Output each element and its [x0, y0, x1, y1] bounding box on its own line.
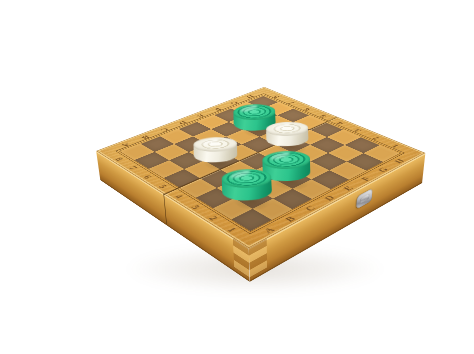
metal-clasp-latch-icon [356, 188, 373, 210]
photo-stage: 1122334455667788AABBCCDDEEFFGGHH [0, 0, 474, 354]
scene-3d: 1122334455667788AABBCCDDEEFFGGHH [0, 0, 474, 354]
checker-white-c5[interactable] [193, 137, 238, 164]
box-side-fold-seam [163, 194, 167, 225]
board-surface: 1122334455667788AABBCCDDEEFFGGHH [96, 87, 425, 248]
checkers-board: 1122334455667788AABBCCDDEEFFGGHH [96, 87, 425, 248]
checker-green-b2[interactable] [221, 168, 272, 201]
